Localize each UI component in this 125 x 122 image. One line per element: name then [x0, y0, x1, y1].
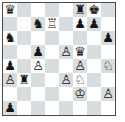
square-e5[interactable]: ♙	[59, 45, 73, 59]
square-g6[interactable]	[87, 31, 101, 45]
square-e7[interactable]	[59, 17, 73, 31]
square-d2[interactable]	[45, 87, 59, 101]
piece-white-pawn: ♙	[102, 87, 114, 101]
square-b7[interactable]	[17, 17, 31, 31]
piece-black-pawn: ♟	[4, 59, 16, 73]
piece-white-pawn: ♙	[32, 59, 44, 73]
square-e8[interactable]	[59, 3, 73, 17]
square-a1[interactable]: ♟	[3, 101, 17, 115]
piece-white-pawn: ♙	[4, 73, 16, 87]
square-h6[interactable]: ♟	[101, 31, 115, 45]
square-b3[interactable]: ♜	[17, 73, 31, 87]
square-b1[interactable]	[17, 101, 31, 115]
piece-white-pawn: ♙	[60, 45, 72, 59]
piece-black-pawn: ♟	[4, 101, 16, 115]
piece-black-pawn: ♟	[88, 17, 100, 31]
square-e1[interactable]	[59, 101, 73, 115]
square-g5[interactable]	[87, 45, 101, 59]
square-a8[interactable]: ♛	[3, 3, 17, 17]
square-b8[interactable]	[17, 3, 31, 17]
square-h4[interactable]: ♘	[101, 59, 115, 73]
square-g2[interactable]	[87, 87, 101, 101]
square-e6[interactable]	[59, 31, 73, 45]
square-h3[interactable]	[101, 73, 115, 87]
piece-black-pawn: ♟	[74, 17, 86, 31]
square-g3[interactable]	[87, 73, 101, 87]
square-f7[interactable]: ♟	[73, 17, 87, 31]
square-f8[interactable]: ♜	[73, 3, 87, 17]
square-c5[interactable]: ♟	[31, 45, 45, 59]
piece-black-king: ♚	[88, 3, 100, 17]
square-g4[interactable]	[87, 59, 101, 73]
square-c4[interactable]: ♙	[31, 59, 45, 73]
square-d3[interactable]	[45, 73, 59, 87]
square-a5[interactable]	[3, 45, 17, 59]
piece-black-pawn: ♟	[102, 31, 114, 45]
square-f6[interactable]	[73, 31, 87, 45]
square-d8[interactable]	[45, 3, 59, 17]
piece-black-queen: ♛	[74, 45, 86, 59]
square-h2[interactable]: ♙	[101, 87, 115, 101]
square-a6[interactable]: ♞	[3, 31, 17, 45]
piece-white-pawn: ♙	[60, 73, 72, 87]
piece-white-knight: ♘	[102, 59, 114, 73]
square-a2[interactable]	[3, 87, 17, 101]
square-g7[interactable]: ♟	[87, 17, 101, 31]
square-a7[interactable]	[3, 17, 17, 31]
square-f1[interactable]	[73, 101, 87, 115]
square-b6[interactable]	[17, 31, 31, 45]
square-d7[interactable]: ♖	[45, 17, 59, 31]
square-g1[interactable]	[87, 101, 101, 115]
piece-black-rook: ♜	[74, 3, 86, 17]
square-f5[interactable]: ♛	[73, 45, 87, 59]
board-frame: ♛♜♚♞♖♟♟♞♟♟♙♛♟♙♙♘♙♜♙♘♔♙♟	[2, 2, 116, 116]
square-e4[interactable]	[59, 59, 73, 73]
square-c2[interactable]	[31, 87, 45, 101]
square-g8[interactable]: ♚	[87, 3, 101, 17]
square-c1[interactable]	[31, 101, 45, 115]
square-c3[interactable]	[31, 73, 45, 87]
square-d6[interactable]	[45, 31, 59, 45]
piece-black-knight: ♞	[4, 31, 16, 45]
square-d4[interactable]	[45, 59, 59, 73]
piece-black-pawn: ♟	[32, 45, 44, 59]
piece-black-knight: ♞	[32, 17, 44, 31]
chess-diagram: ♛♜♚♞♖♟♟♞♟♟♙♛♟♙♙♘♙♜♙♘♔♙♟	[0, 0, 125, 122]
square-c8[interactable]	[31, 3, 45, 17]
square-h7[interactable]	[101, 17, 115, 31]
square-e2[interactable]	[59, 87, 73, 101]
chess-board: ♛♜♚♞♖♟♟♞♟♟♙♛♟♙♙♘♙♜♙♘♔♙♟	[2, 2, 116, 116]
piece-white-king: ♔	[74, 87, 86, 101]
square-e3[interactable]: ♙	[59, 73, 73, 87]
square-c6[interactable]	[31, 31, 45, 45]
piece-black-rook: ♜	[18, 73, 30, 87]
piece-white-knight: ♘	[74, 73, 86, 87]
square-b2[interactable]	[17, 87, 31, 101]
square-h5[interactable]	[101, 45, 115, 59]
square-c7[interactable]: ♞	[31, 17, 45, 31]
square-b5[interactable]	[17, 45, 31, 59]
square-f3[interactable]: ♘	[73, 73, 87, 87]
square-h1[interactable]	[101, 101, 115, 115]
piece-black-queen: ♛	[4, 3, 16, 17]
square-b4[interactable]	[17, 59, 31, 73]
square-d1[interactable]	[45, 101, 59, 115]
piece-white-rook: ♖	[46, 17, 58, 31]
square-a3[interactable]: ♙	[3, 73, 17, 87]
square-h8[interactable]	[101, 3, 115, 17]
square-f4[interactable]: ♙	[73, 59, 87, 73]
piece-white-pawn: ♙	[74, 59, 86, 73]
square-a4[interactable]: ♟	[3, 59, 17, 73]
square-f2[interactable]: ♔	[73, 87, 87, 101]
square-d5[interactable]	[45, 45, 59, 59]
